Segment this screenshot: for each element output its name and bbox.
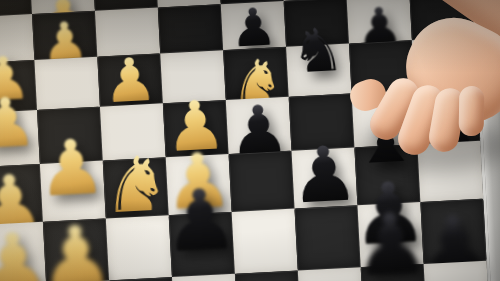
board-square (284, 0, 349, 47)
board-square (0, 14, 34, 63)
board-square (298, 267, 364, 281)
board-square: ♟ (361, 264, 427, 281)
board-square (158, 4, 223, 53)
board-square: ♟ (226, 97, 292, 154)
board-square: ♟ (166, 154, 232, 215)
board-square: ♟ (221, 1, 286, 50)
board-square: ♟ (163, 100, 229, 157)
board-square (160, 50, 226, 103)
black-pawn: ♟ (229, 2, 278, 54)
board-square (34, 57, 100, 110)
board-square: ♟ (291, 147, 357, 208)
board-square: ♟ (0, 164, 43, 225)
chess-photo-scene: ♟♟♟♟♟♟♞♞♞♟♟♟♟♟♟♞♟♟♝♟♟♟♟♟♟ (0, 0, 500, 281)
board-square (289, 93, 355, 150)
board-square (95, 7, 160, 56)
board-square (409, 0, 474, 40)
board-square (100, 103, 166, 160)
board-square (43, 218, 109, 281)
board-square: ♟ (0, 60, 37, 113)
white-pawn: ♟ (164, 94, 228, 162)
board-square: ♟ (97, 53, 163, 106)
board-square (349, 40, 415, 93)
board-square: ♞ (412, 37, 478, 90)
board-square (295, 205, 361, 270)
board-square: ♟ (169, 212, 235, 277)
board-square (106, 215, 172, 280)
board-square: ♟ (40, 161, 106, 222)
board-square: ♟ (32, 11, 97, 60)
board-square: ♟ (347, 0, 412, 44)
board-square: ♞ (223, 47, 289, 100)
board-square (424, 261, 490, 281)
board-square (232, 209, 298, 274)
board-square: ♟ (0, 110, 40, 167)
board-square (229, 151, 295, 212)
hand-shadow (360, 120, 500, 172)
board-square (37, 107, 103, 164)
white-pawn: ♟ (102, 51, 159, 111)
board-square: ♞ (103, 157, 169, 218)
board-square: ♟ (420, 199, 486, 264)
board-square: ♞ (286, 44, 352, 97)
board-square: ♟ (357, 202, 423, 267)
board-square (0, 222, 46, 281)
